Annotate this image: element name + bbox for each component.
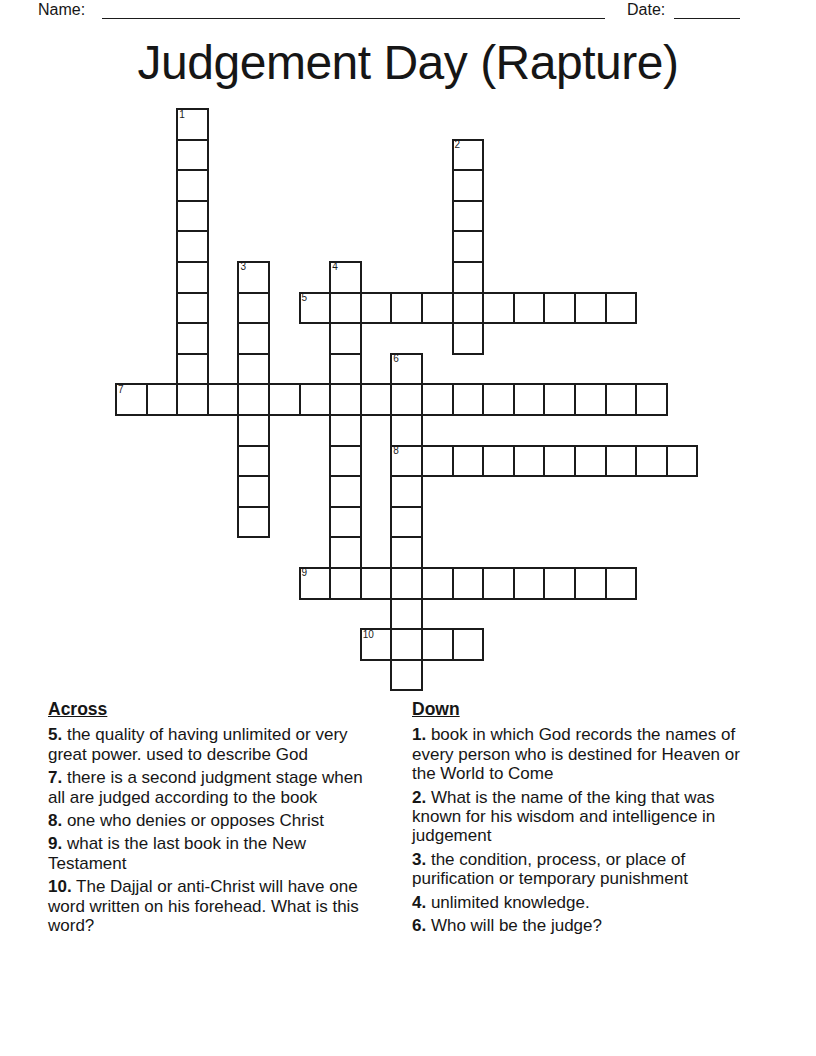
grid-cell-r1c11[interactable]: 2: [453, 140, 484, 171]
grid-cell-r9c2[interactable]: [177, 384, 208, 415]
grid-cell-r13c7[interactable]: [330, 507, 361, 538]
grid-cell-r6c7[interactable]: [330, 293, 361, 324]
grid-cell-r13c9[interactable]: [391, 507, 422, 538]
grid-cell-r5c4[interactable]: 3: [238, 262, 269, 293]
grid-cell-r6c12[interactable]: [483, 293, 514, 324]
down-clue-1: 1. book in which God records the names o…: [412, 725, 764, 783]
date-label: Date:: [627, 1, 665, 19]
grid-cell-r17c10[interactable]: [422, 629, 453, 660]
grid-cell-r13c4[interactable]: [238, 507, 269, 538]
grid-cell-r6c2[interactable]: [177, 293, 208, 324]
grid-cell-r9c15[interactable]: [575, 384, 606, 415]
grid-cell-r4c2[interactable]: [177, 231, 208, 262]
grid-cell-r9c1[interactable]: [147, 384, 178, 415]
grid-cell-r11c12[interactable]: [483, 446, 514, 477]
clue-number-label: 9.: [48, 834, 62, 853]
down-clues-section: Down 1. book in which God records the na…: [412, 700, 764, 939]
across-clues-section: Across 5. the quality of having unlimite…: [48, 700, 378, 939]
grid-cell-r9c7[interactable]: [330, 384, 361, 415]
grid-cell-r7c2[interactable]: [177, 323, 208, 354]
grid-cell-r5c11[interactable]: [453, 262, 484, 293]
across-clue-7: 7. there is a second judgment stage when…: [48, 768, 378, 807]
grid-cell-r17c8[interactable]: 10: [361, 629, 392, 660]
grid-cell-r8c4[interactable]: [238, 354, 269, 385]
grid-cell-r6c4[interactable]: [238, 293, 269, 324]
grid-cell-r15c10[interactable]: [422, 568, 453, 599]
grid-cell-r8c2[interactable]: [177, 354, 208, 385]
across-clues-list: 5. the quality of having unlimited or ve…: [48, 725, 378, 935]
grid-cell-r15c12[interactable]: [483, 568, 514, 599]
grid-cell-r11c11[interactable]: [453, 446, 484, 477]
grid-cell-r9c10[interactable]: [422, 384, 453, 415]
grid-cell-r7c7[interactable]: [330, 323, 361, 354]
grid-cell-r3c11[interactable]: [453, 201, 484, 232]
grid-cell-r10c9[interactable]: [391, 415, 422, 446]
grid-cell-r9c9[interactable]: [391, 384, 422, 415]
grid-cell-r0c2[interactable]: 1: [177, 109, 208, 140]
grid-cell-r10c7[interactable]: [330, 415, 361, 446]
clue-number-8: 8: [393, 446, 399, 456]
down-clue-6: 6. Who will be the judge?: [412, 916, 764, 935]
grid-cell-r6c11[interactable]: [453, 293, 484, 324]
grid-cell-r6c6[interactable]: 5: [300, 293, 331, 324]
down-heading: Down: [412, 700, 764, 719]
across-clue-9: 9. what is the last book in the New Test…: [48, 834, 378, 873]
clue-number-4: 4: [332, 262, 338, 272]
grid-cell-r15c14[interactable]: [544, 568, 575, 599]
grid-cell-r8c9[interactable]: 6: [391, 354, 422, 385]
clue-number-5: 5: [302, 293, 308, 303]
grid-cell-r15c13[interactable]: [514, 568, 545, 599]
grid-cell-r18c9[interactable]: [391, 660, 422, 691]
grid-cell-r11c17[interactable]: [636, 446, 667, 477]
grid-cell-r9c14[interactable]: [544, 384, 575, 415]
grid-cell-r8c7[interactable]: [330, 354, 361, 385]
grid-cell-r12c4[interactable]: [238, 476, 269, 507]
grid-cell-r9c17[interactable]: [636, 384, 667, 415]
grid-cell-r11c4[interactable]: [238, 446, 269, 477]
clue-number-2: 2: [455, 140, 461, 150]
clue-number-label: 1.: [412, 725, 426, 744]
grid-cell-r6c15[interactable]: [575, 293, 606, 324]
grid-cell-r11c14[interactable]: [544, 446, 575, 477]
clue-number-label: 10.: [48, 877, 72, 896]
grid-cell-r10c4[interactable]: [238, 415, 269, 446]
grid-cell-r12c7[interactable]: [330, 476, 361, 507]
grid-cell-r6c9[interactable]: [391, 293, 422, 324]
grid-cell-r11c15[interactable]: [575, 446, 606, 477]
grid-cell-r11c10[interactable]: [422, 446, 453, 477]
grid-cell-r5c7[interactable]: 4: [330, 262, 361, 293]
grid-cell-r9c5[interactable]: [269, 384, 300, 415]
grid-cell-r9c6[interactable]: [300, 384, 331, 415]
clue-number-label: 5.: [48, 725, 62, 744]
page-title: Judgement Day (Rapture): [0, 36, 816, 90]
clue-number-label: 7.: [48, 768, 62, 787]
grid-cell-r12c9[interactable]: [391, 476, 422, 507]
grid-cell-r9c8[interactable]: [361, 384, 392, 415]
clue-number-label: 2.: [412, 788, 426, 807]
grid-cell-r15c15[interactable]: [575, 568, 606, 599]
grid-cell-r6c14[interactable]: [544, 293, 575, 324]
clue-number-label: 6.: [412, 916, 426, 935]
grid-cell-r9c11[interactable]: [453, 384, 484, 415]
clue-number-9: 9: [302, 568, 308, 578]
down-clue-3: 3. the condition, process, or place of p…: [412, 850, 764, 889]
name-input-line[interactable]: [102, 0, 605, 19]
grid-cell-r11c16[interactable]: [606, 446, 637, 477]
across-clue-8: 8. one who denies or opposes Christ: [48, 811, 378, 830]
date-input-line[interactable]: [674, 0, 740, 19]
grid-cell-r15c11[interactable]: [453, 568, 484, 599]
grid-cell-r11c7[interactable]: [330, 446, 361, 477]
clue-number-3: 3: [240, 262, 246, 272]
grid-cell-r9c4[interactable]: [238, 384, 269, 415]
grid-cell-r9c3[interactable]: [208, 384, 239, 415]
crossword-grid: 12345678910: [116, 109, 697, 690]
grid-cell-r15c9[interactable]: [391, 568, 422, 599]
grid-cell-r15c16[interactable]: [606, 568, 637, 599]
grid-cell-r11c18[interactable]: [667, 446, 698, 477]
grid-cell-r15c7[interactable]: [330, 568, 361, 599]
grid-cell-r6c10[interactable]: [422, 293, 453, 324]
grid-cell-r15c6[interactable]: 9: [300, 568, 331, 599]
grid-cell-r5c2[interactable]: [177, 262, 208, 293]
grid-cell-r17c9[interactable]: [391, 629, 422, 660]
name-label: Name:: [38, 1, 85, 19]
clue-number-label: 8.: [48, 811, 62, 830]
grid-cell-r7c4[interactable]: [238, 323, 269, 354]
grid-cell-r14c7[interactable]: [330, 537, 361, 568]
grid-cell-r2c11[interactable]: [453, 170, 484, 201]
grid-cell-r17c11[interactable]: [453, 629, 484, 660]
grid-cell-r11c13[interactable]: [514, 446, 545, 477]
grid-cell-r4c11[interactable]: [453, 231, 484, 262]
clue-number-label: 3.: [412, 850, 426, 869]
clue-number-label: 4.: [412, 893, 426, 912]
grid-cell-r9c13[interactable]: [514, 384, 545, 415]
grid-cell-r14c9[interactable]: [391, 537, 422, 568]
grid-cell-r6c13[interactable]: [514, 293, 545, 324]
clue-number-10: 10: [363, 630, 374, 640]
grid-cell-r9c16[interactable]: [606, 384, 637, 415]
grid-cell-r16c9[interactable]: [391, 599, 422, 630]
across-clue-10: 10. The Dajjal or anti-Christ will have …: [48, 877, 378, 935]
grid-cell-r7c11[interactable]: [453, 323, 484, 354]
down-clue-4: 4. unlimited knowledge.: [412, 893, 764, 912]
grid-cell-r3c2[interactable]: [177, 201, 208, 232]
down-clue-2: 2. What is the name of the king that was…: [412, 788, 764, 846]
grid-cell-r9c0[interactable]: 7: [116, 384, 147, 415]
grid-cell-r11c9[interactable]: 8: [391, 446, 422, 477]
grid-cell-r2c2[interactable]: [177, 170, 208, 201]
grid-cell-r6c16[interactable]: [606, 293, 637, 324]
grid-cell-r1c2[interactable]: [177, 140, 208, 171]
clue-number-6: 6: [393, 354, 399, 364]
across-clue-5: 5. the quality of having unlimited or ve…: [48, 725, 378, 764]
worksheet-page: Name: Date: Judgement Day (Rapture) 1234…: [0, 0, 816, 1056]
across-heading: Across: [48, 700, 378, 719]
clue-number-7: 7: [118, 385, 124, 395]
grid-cell-r6c8[interactable]: [361, 293, 392, 324]
grid-cell-r9c12[interactable]: [483, 384, 514, 415]
grid-cell-r15c8[interactable]: [361, 568, 392, 599]
clue-number-1: 1: [179, 110, 185, 120]
down-clues-list: 1. book in which God records the names o…: [412, 725, 764, 935]
